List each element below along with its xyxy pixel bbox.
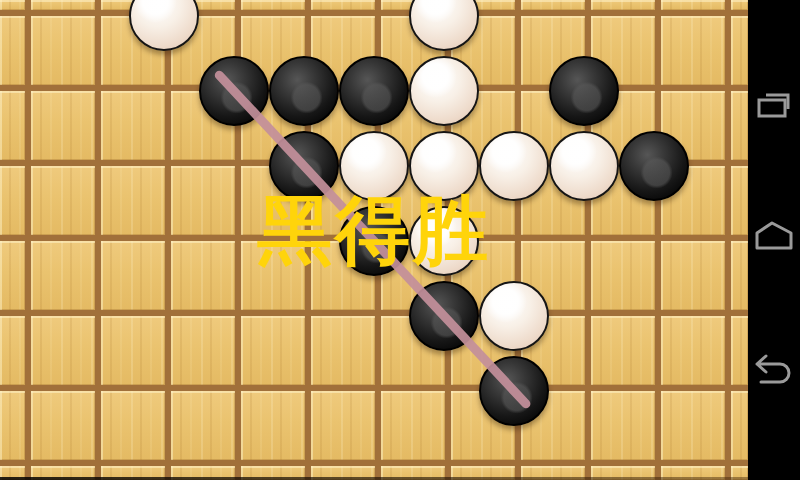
wood-tile	[0, 316, 25, 385]
wood-tile	[731, 0, 748, 10]
wood-tile	[101, 241, 165, 310]
wood-tile	[731, 241, 748, 310]
wood-tile	[381, 466, 445, 480]
wood-tile	[591, 316, 655, 385]
wood-tile	[0, 0, 25, 10]
wood-tile	[731, 316, 748, 385]
wood-tile	[171, 466, 235, 480]
black-stone	[619, 131, 689, 201]
wood-tile	[731, 16, 748, 85]
wood-tile	[31, 316, 95, 385]
wood-tile	[311, 0, 375, 10]
wood-tile	[591, 241, 655, 310]
black-stone	[409, 281, 479, 351]
wood-tile	[731, 166, 748, 235]
white-stone	[339, 131, 409, 201]
black-stone	[269, 56, 339, 126]
wood-tile	[661, 316, 725, 385]
recent-apps-button[interactable]	[752, 85, 796, 125]
home-icon	[754, 220, 794, 252]
wood-tile	[171, 241, 235, 310]
white-stone	[409, 56, 479, 126]
android-navbar	[748, 0, 800, 480]
white-stone	[549, 131, 619, 201]
wood-tile	[31, 16, 95, 85]
game-board[interactable]: 黑得胜	[0, 0, 748, 480]
white-stone	[479, 131, 549, 201]
black-stone	[199, 56, 269, 126]
wood-tile	[311, 391, 375, 460]
wood-tile	[101, 166, 165, 235]
wood-tile	[0, 466, 25, 480]
wood-tile	[661, 466, 725, 480]
white-stone	[409, 131, 479, 201]
wood-tile	[0, 241, 25, 310]
white-stone	[409, 206, 479, 276]
wood-tile	[521, 466, 585, 480]
wood-tile	[241, 0, 305, 10]
wood-tile	[0, 16, 25, 85]
home-button[interactable]	[752, 216, 796, 256]
black-stone	[549, 56, 619, 126]
wood-tile	[661, 391, 725, 460]
wood-tile	[31, 466, 95, 480]
wood-tile	[241, 241, 305, 310]
wood-tile	[31, 91, 95, 160]
black-stone	[339, 206, 409, 276]
wood-tile	[311, 466, 375, 480]
wood-tile	[661, 0, 725, 10]
wood-tile	[731, 466, 748, 480]
wood-tile	[311, 316, 375, 385]
black-stone	[479, 356, 549, 426]
wood-tile	[171, 316, 235, 385]
wood-tile	[591, 391, 655, 460]
wood-tile	[31, 0, 95, 10]
wood-tile	[591, 466, 655, 480]
wood-tile	[661, 16, 725, 85]
wood-tile	[241, 391, 305, 460]
wood-tile	[31, 391, 95, 460]
wood-tile	[101, 91, 165, 160]
wood-tile	[591, 0, 655, 10]
back-button[interactable]	[752, 349, 796, 389]
black-stone	[339, 56, 409, 126]
app-screen: 黑得胜	[0, 0, 800, 480]
wood-tile	[241, 316, 305, 385]
black-stone	[269, 131, 339, 201]
wood-tile	[0, 91, 25, 160]
wood-tile	[381, 391, 445, 460]
wood-tile	[171, 166, 235, 235]
recent-apps-icon	[754, 88, 794, 122]
wood-tile	[31, 241, 95, 310]
wood-tile	[241, 466, 305, 480]
white-stone	[479, 281, 549, 351]
wood-tile	[521, 0, 585, 10]
wood-tile	[731, 91, 748, 160]
wood-tile	[661, 241, 725, 310]
back-icon	[754, 353, 794, 385]
wood-tile	[31, 166, 95, 235]
wood-tile	[0, 391, 25, 460]
wood-tile	[0, 166, 25, 235]
wood-tile	[451, 466, 515, 480]
wood-tile	[171, 391, 235, 460]
wood-tile	[101, 466, 165, 480]
wood-tile	[101, 391, 165, 460]
wood-tile	[101, 316, 165, 385]
wood-tile	[731, 391, 748, 460]
